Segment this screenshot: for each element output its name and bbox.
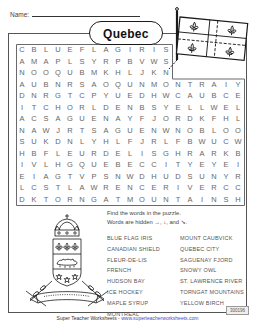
grid-cell: E (220, 102, 232, 114)
word-list-column-1: BLUE FLAG IRISCANADIAN SHIELDFLEUR-DE-LI… (107, 233, 180, 319)
grid-cell: C (28, 182, 40, 194)
grid-cell: O (40, 67, 52, 79)
grid-cell: U (28, 79, 40, 91)
grid-cell: A (28, 125, 40, 137)
grid-cell: B (40, 79, 52, 91)
grid-cell: K (196, 113, 208, 125)
grid-cell: D (184, 113, 196, 125)
grid-cell: A (208, 79, 220, 91)
grid-cell: S (184, 171, 196, 183)
grid-cell: L (196, 102, 208, 114)
grid-cell: E (64, 148, 76, 160)
grid-cell: H (172, 148, 184, 160)
grid-cell: L (16, 182, 28, 194)
word-item: TORNGAT MOUNTAINS (180, 287, 246, 298)
grid-cell: U (160, 171, 172, 183)
grid-cell: G (88, 194, 100, 206)
grid-cell: R (208, 182, 220, 194)
grid-cell: P (88, 90, 100, 102)
grid-cell: U (196, 171, 208, 183)
grid-cell: C (220, 182, 232, 194)
name-row: Name: (10, 9, 140, 18)
grid-cell: S (88, 125, 100, 137)
grid-cell: B (208, 90, 220, 102)
grid-cell: R (160, 182, 172, 194)
grid-cell: L (124, 67, 136, 79)
grid-cell: V (76, 171, 88, 183)
grid-cell: E (196, 159, 208, 171)
grid-cell: E (88, 113, 100, 125)
grid-cell: F (172, 136, 184, 148)
grid-cell: O (52, 194, 64, 206)
grid-cell: R (64, 194, 76, 206)
grid-cell: K (28, 194, 40, 206)
grid-cell: A (88, 79, 100, 91)
grid-cell: C (28, 113, 40, 125)
grid-cell: G (160, 148, 172, 160)
grid-cell: H (148, 90, 160, 102)
grid-cell: C (220, 136, 232, 148)
grid-cell: Y (184, 159, 196, 171)
grid-cell: J (52, 125, 64, 137)
grid-cell: P (52, 56, 64, 68)
word-item: ST. LAWRENCE RIVER (180, 276, 246, 287)
grid-cell: G (52, 171, 64, 183)
grid-cell: E (16, 171, 28, 183)
grid-cell: C (148, 159, 160, 171)
grid-cell: N (16, 125, 28, 137)
grid-cell: L (124, 148, 136, 160)
grid-cell: H (220, 113, 232, 125)
grid-cell: O (220, 125, 232, 137)
footer-credit: Super Teacher Worksheets - www.superteac… (0, 315, 255, 321)
grid-cell: U (76, 148, 88, 160)
grid-cell: I (124, 44, 136, 56)
grid-cell: Y (160, 102, 172, 114)
grid-cell: O (64, 102, 76, 114)
grid-cell: R (232, 171, 244, 183)
grid-cell: N (148, 125, 160, 137)
grid-cell: R (196, 79, 208, 91)
grid-cell: R (64, 79, 76, 91)
grid-cell: P (88, 171, 100, 183)
grid-cell: F (76, 44, 88, 56)
grid-cell: N (208, 194, 220, 206)
grid-cell: T (40, 194, 52, 206)
grid-cell: M (148, 79, 160, 91)
grid-cell: F (208, 113, 220, 125)
grid-cell: N (208, 171, 220, 183)
grid-cell: I (16, 102, 28, 114)
grid-cell: L (208, 125, 220, 137)
grid-cell: A (52, 113, 64, 125)
grid-cell: W (148, 56, 160, 68)
grid-cell: Y (208, 159, 220, 171)
grid-cell: W (196, 136, 208, 148)
grid-cell: H (112, 67, 124, 79)
grid-cell: R (76, 102, 88, 114)
grid-cell: E (112, 148, 124, 160)
grid-cell: B (136, 102, 148, 114)
grid-cell: Y (88, 56, 100, 68)
grid-cell: I (160, 159, 172, 171)
grid-cell: B (196, 125, 208, 137)
footer-url[interactable]: www.superteacherworksheets.com (121, 315, 198, 321)
grid-cell: L (112, 136, 124, 148)
worksheet-id-badge: 300196 (226, 306, 249, 315)
grid-cell: I (232, 159, 244, 171)
grid-cell: H (52, 102, 64, 114)
grid-cell: B (28, 44, 40, 56)
grid-cell: R (172, 113, 184, 125)
grid-cell: I (148, 44, 160, 56)
grid-cell: A (112, 113, 124, 125)
grid-cell: R (100, 56, 112, 68)
grid-cell: I (172, 182, 184, 194)
grid-cell: L (160, 136, 172, 148)
grid-cell: A (184, 90, 196, 102)
grid-cell: V (184, 182, 196, 194)
grid-cell: B (112, 159, 124, 171)
grid-cell: C (16, 44, 28, 56)
grid-cell: U (148, 194, 160, 206)
grid-cell: H (52, 159, 64, 171)
grid-cell: N (100, 113, 112, 125)
grid-cell: U (76, 113, 88, 125)
grid-cell: N (172, 79, 184, 91)
grid-cell: O (160, 113, 172, 125)
grid-cell: D (100, 148, 112, 160)
grid-cell: D (16, 194, 28, 206)
grid-cell: B (76, 67, 88, 79)
grid-cell: C (220, 90, 232, 102)
grid-cell: N (136, 79, 148, 91)
grid-cell: N (160, 194, 172, 206)
grid-cell: T (112, 194, 124, 206)
grid-cell: R (40, 90, 52, 102)
grid-cell: A (76, 182, 88, 194)
grid-cell: U (124, 79, 136, 91)
grid-cell: U (196, 90, 208, 102)
grid-cell: E (124, 159, 136, 171)
grid-cell: T (64, 90, 76, 102)
grid-cell: T (172, 194, 184, 206)
instructions-line1: Find the words in the puzzle. (107, 209, 247, 218)
grid-cell: S (220, 194, 232, 206)
grid-cell: I (196, 194, 208, 206)
grid-cell: H (232, 194, 244, 206)
worksheet-page: Name: Quebec (0, 0, 255, 330)
grid-cell: L (64, 56, 76, 68)
word-item: FRENCH (107, 265, 180, 276)
grid-cell: B (124, 56, 136, 68)
grid-cell: Y (220, 171, 232, 183)
grid-cell: S (40, 182, 52, 194)
grid-cell: K (148, 67, 160, 79)
grid-cell: D (16, 90, 28, 102)
grid-cell: N (28, 90, 40, 102)
grid-cell: L (88, 102, 100, 114)
grid-cell: E (64, 44, 76, 56)
grid-cell: Y (232, 79, 244, 91)
grid-cell: S (100, 171, 112, 183)
grid-cell: Y (100, 90, 112, 102)
grid-cell: E (172, 102, 184, 114)
grid-cell: E (232, 90, 244, 102)
grid-cell: J (136, 136, 148, 148)
grid-cell: B (28, 148, 40, 160)
grid-cell: I (16, 159, 28, 171)
grid-cell: N (172, 125, 184, 137)
page-title: Quebec (103, 27, 149, 41)
grid-cell: D (136, 171, 148, 183)
grid-cell: J (136, 67, 148, 79)
title-capsule: Quebec (89, 21, 163, 45)
grid-cell: O (136, 194, 148, 206)
grid-cell: N (64, 136, 76, 148)
grid-cell: E (112, 102, 124, 114)
grid-cell: B (232, 148, 244, 160)
quebec-flag-icon (166, 6, 255, 78)
grid-cell: E (124, 90, 136, 102)
grid-cell: K (40, 136, 52, 148)
grid-cell: A (16, 79, 28, 91)
grid-cell: W (160, 125, 172, 137)
grid-cell: L (40, 159, 52, 171)
grid-cell: D (100, 102, 112, 114)
grid-cell: M (88, 67, 100, 79)
grid-cell: H (16, 148, 28, 160)
grid-cell: N (124, 102, 136, 114)
grid-cell: R (208, 148, 220, 160)
grid-cell: J (148, 113, 160, 125)
grid-cell: L (52, 148, 64, 160)
grid-cell: O (160, 79, 172, 91)
grid-cell: L (88, 44, 100, 56)
grid-cell: W (124, 171, 136, 183)
grid-cell: A (16, 56, 28, 68)
grid-cell: B (184, 136, 196, 148)
instructions-line2: Words are hidden →, ↓, and ↘. (107, 218, 247, 227)
grid-cell: G (64, 113, 76, 125)
word-item: BLUE FLAG IRIS (107, 233, 180, 244)
word-item: ICE HOCKEY (107, 287, 180, 298)
grid-cell: K (100, 67, 112, 79)
grid-cell: W (160, 90, 172, 102)
grid-cell: S (148, 148, 160, 160)
grid-cell: U (64, 67, 76, 79)
grid-cell: Y (124, 113, 136, 125)
word-item: CANADIAN SHIELD (107, 244, 180, 255)
grid-cell: N (112, 171, 124, 183)
grid-cell: G (52, 90, 64, 102)
word-item: SNOWY OWL (180, 265, 246, 276)
grid-cell: F (136, 113, 148, 125)
grid-cell: A (184, 194, 196, 206)
grid-cell: N (76, 194, 88, 206)
grid-cell: T (76, 125, 88, 137)
grid-cell: G (112, 125, 124, 137)
grid-cell: C (172, 90, 184, 102)
grid-cell: S (40, 113, 52, 125)
grid-cell: A (100, 194, 112, 206)
grid-cell: I (220, 79, 232, 91)
grid-cell: I (28, 171, 40, 183)
grid-cell: K (220, 148, 232, 160)
grid-cell: L (232, 113, 244, 125)
grid-cell: W (208, 102, 220, 114)
grid-cell: V (136, 56, 148, 68)
grid-cell: W (40, 125, 52, 137)
grid-cell: U (112, 90, 124, 102)
grid-cell: R (88, 148, 100, 160)
grid-cell: U (208, 136, 220, 148)
grid-cell: G (112, 44, 124, 56)
grid-cell: Q (112, 79, 124, 91)
grid-cell: A (100, 125, 112, 137)
grid-cell: U (28, 136, 40, 148)
grid-cell: O (232, 125, 244, 137)
quebec-coat-of-arms-illustration (24, 211, 110, 311)
word-item: MAPLE SYRUP (107, 298, 180, 309)
word-item: SAGUENAY FJORD (180, 255, 246, 266)
grid-cell: U (52, 44, 64, 56)
grid-cell: D (52, 136, 64, 148)
grid-cell: N (52, 79, 64, 91)
grid-cell: M (124, 194, 136, 206)
grid-cell: R (100, 182, 112, 194)
grid-cell: Q (76, 159, 88, 171)
grid-cell: C (136, 182, 148, 194)
word-item: MOUNT CAUBVICK (180, 233, 246, 244)
grid-cell: E (148, 182, 160, 194)
grid-cell: L (40, 44, 52, 56)
word-item: HUDSON BAY (107, 276, 180, 287)
name-blank-line (32, 9, 140, 17)
grid-cell: T (52, 182, 64, 194)
grid-cell: C (76, 90, 88, 102)
name-label: Name: (10, 11, 29, 18)
grid-cell: A (100, 44, 112, 56)
grid-cell: I (136, 148, 148, 160)
grid-cell: P (112, 56, 124, 68)
coat-of-arms-icon (24, 211, 110, 311)
grid-cell: F (40, 148, 52, 160)
grid-cell: N (124, 182, 136, 194)
grid-cell: H (148, 171, 160, 183)
grid-cell: O (100, 79, 112, 91)
grid-cell: T (184, 79, 196, 91)
word-item: FLEUR-DE-LIS (107, 255, 180, 266)
grid-cell: M (28, 56, 40, 68)
grid-cell: A (40, 56, 52, 68)
grid-cell: L (232, 102, 244, 114)
grid-cell: G (64, 159, 76, 171)
grid-cell: A (196, 148, 208, 160)
grid-cell: E (196, 182, 208, 194)
grid-cell: R (64, 125, 76, 137)
grid-cell: N (16, 67, 28, 79)
grid-cell: E (136, 125, 148, 137)
grid-cell: C (40, 102, 52, 114)
grid-cell: U (88, 159, 100, 171)
grid-cell: D (136, 90, 148, 102)
grid-cell: L (184, 102, 196, 114)
footer-credit-text: Super Teacher Worksheets - (57, 315, 120, 321)
grid-cell: L (64, 182, 76, 194)
quebec-flag-illustration (166, 6, 255, 78)
grid-cell: R (184, 148, 196, 160)
grid-cell: E (112, 182, 124, 194)
grid-cell: S (76, 56, 88, 68)
grid-cell: C (232, 182, 244, 194)
grid-cell: T (172, 159, 184, 171)
grid-cell: H (100, 136, 112, 148)
grid-cell: T (64, 171, 76, 183)
word-item: QUEBEC CITY (180, 244, 246, 255)
grid-cell: W (232, 136, 244, 148)
grid-cell: A (40, 171, 52, 183)
grid-cell: O (28, 67, 40, 79)
grid-cell: E (220, 159, 232, 171)
grid-cell: V (28, 159, 40, 171)
grid-cell: S (16, 136, 28, 148)
grid-cell: C (136, 159, 148, 171)
grid-cell: E (100, 159, 112, 171)
grid-cell: R (148, 136, 160, 148)
grid-cell: D (172, 171, 184, 183)
grid-cell: S (76, 79, 88, 91)
grid-cell: U (124, 125, 136, 137)
grid-cell: Q (52, 67, 64, 79)
grid-cell: F (124, 136, 136, 148)
grid-cell: R (136, 44, 148, 56)
grid-cell: A (16, 113, 28, 125)
grid-cell: Y (88, 136, 100, 148)
grid-cell: O (184, 125, 196, 137)
grid-cell: L (76, 136, 88, 148)
grid-cell: S (148, 102, 160, 114)
grid-cell: T (28, 102, 40, 114)
instructions: Find the words in the puzzle. Words are … (107, 209, 247, 226)
grid-cell: W (88, 182, 100, 194)
